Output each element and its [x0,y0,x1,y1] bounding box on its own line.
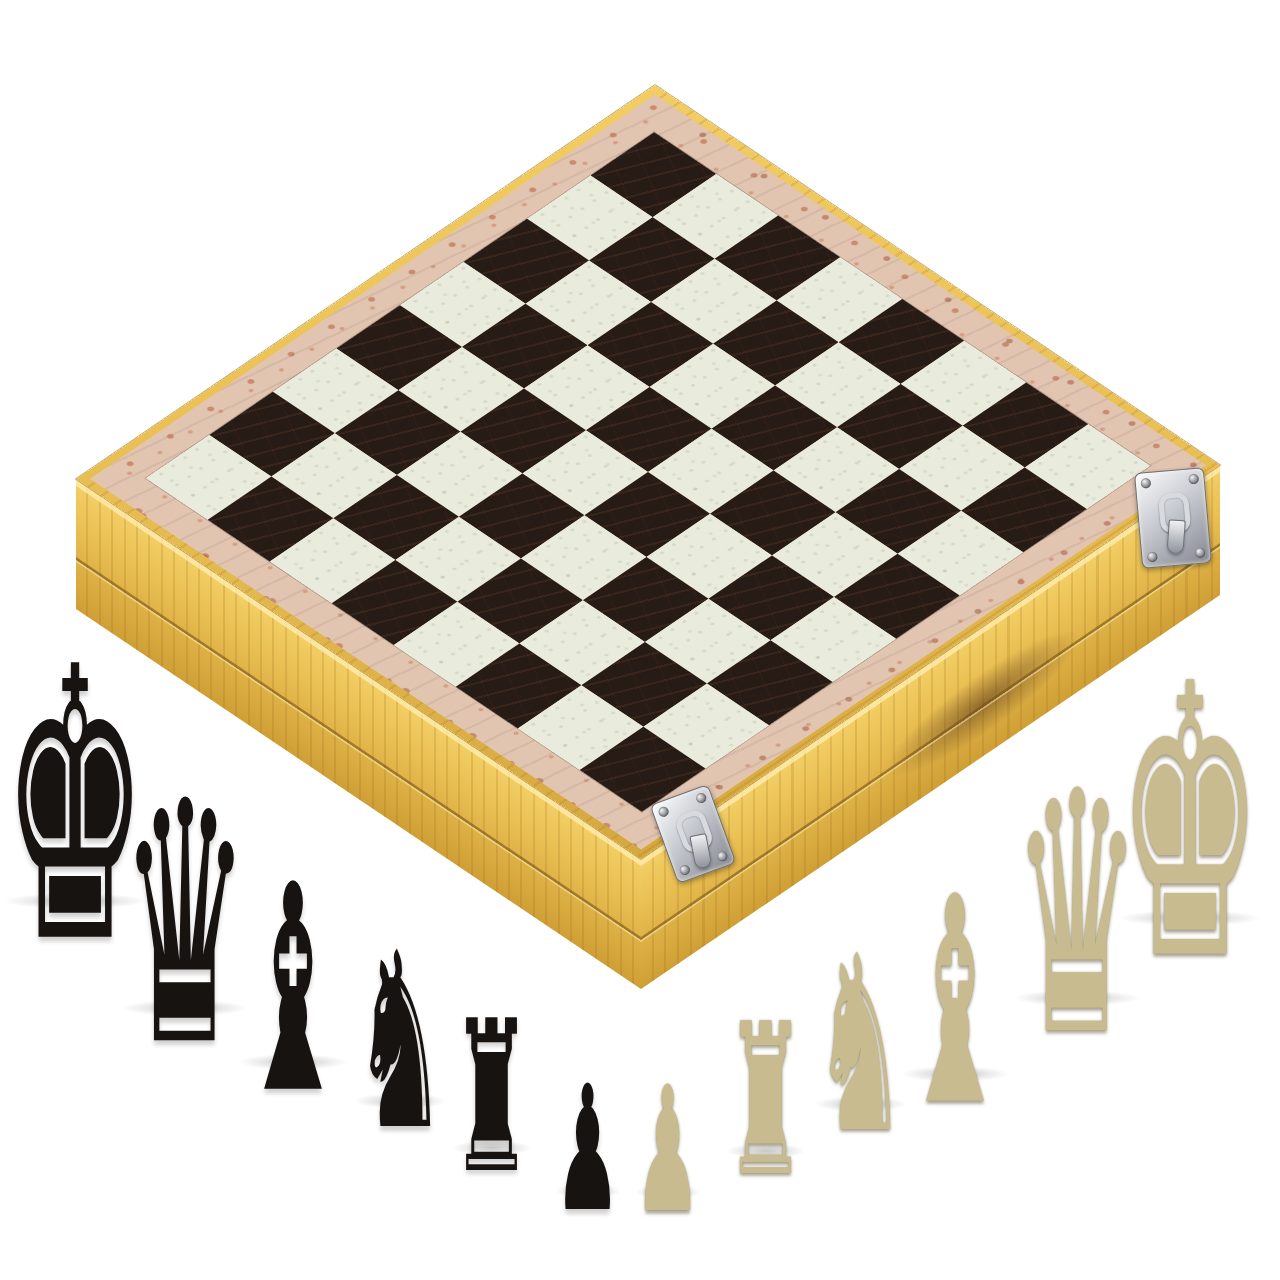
natural-bishop-piece: ♝ [893,861,1016,1146]
chess-set-photo: ♚ ♛ ♝ ♞ ♜ ♟ ♟ ♜ ♞ ♝ ♛ ♚ [0,0,1280,1280]
natural-rook-piece: ♜ [720,996,810,1205]
black-rook-piece: ♜ [446,993,536,1202]
natural-king-piece: ♚ [1109,636,1271,1012]
black-knight-piece: ♞ [348,920,453,1163]
black-pawn-piece: ♟ [550,1064,625,1237]
latch-hook [1166,519,1185,554]
black-bishop-piece: ♝ [231,849,354,1134]
side-hasp-latch [1134,467,1212,569]
natural-pawn-piece: ♟ [630,1065,705,1238]
